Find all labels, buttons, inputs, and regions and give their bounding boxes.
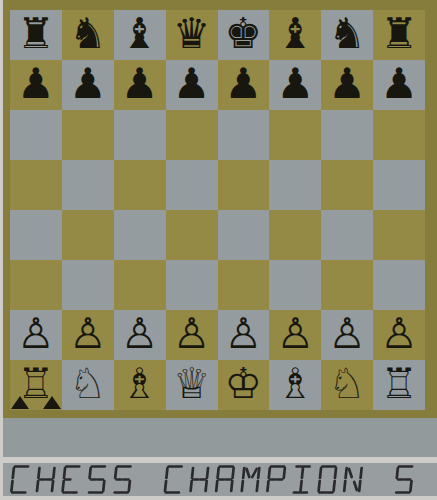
piece-black-pawn: ♟: [225, 63, 263, 105]
chess-computer-screen: ♜♞♝♛♚♝♞♜♟♟♟♟♟♟♟♟♙♙♙♙♙♙♙♙♖♘♗♕♔♗♘♖: [0, 0, 437, 500]
piece-black-pawn: ♟: [380, 63, 418, 105]
piece-black-knight: ♞: [328, 13, 366, 55]
piece-white-pawn: ♙: [17, 313, 55, 355]
square-d4[interactable]: [166, 210, 218, 260]
piece-black-pawn: ♟: [328, 63, 366, 105]
piece-white-pawn: ♙: [328, 313, 366, 355]
square-h8[interactable]: ♜: [373, 10, 425, 60]
square-c5[interactable]: [114, 160, 166, 210]
square-h5[interactable]: [373, 160, 425, 210]
square-h6[interactable]: [373, 110, 425, 160]
cursor-triangle-left: [11, 396, 29, 409]
square-e6[interactable]: [218, 110, 270, 160]
square-d6[interactable]: [166, 110, 218, 160]
piece-white-pawn: ♙: [69, 313, 107, 355]
piece-white-knight: ♘: [328, 363, 366, 405]
piece-black-pawn: ♟: [173, 63, 211, 105]
square-c4[interactable]: [114, 210, 166, 260]
square-c3[interactable]: [114, 260, 166, 310]
square-a8[interactable]: ♜: [10, 10, 62, 60]
piece-black-knight: ♞: [69, 13, 107, 55]
piece-white-knight: ♘: [69, 363, 107, 405]
piece-white-bishop: ♗: [121, 363, 159, 405]
square-e3[interactable]: [218, 260, 270, 310]
board-frame: ♜♞♝♛♚♝♞♜♟♟♟♟♟♟♟♟♙♙♙♙♙♙♙♙♖♘♗♕♔♗♘♖: [3, 0, 437, 418]
square-b8[interactable]: ♞: [62, 10, 114, 60]
square-d2[interactable]: ♙: [166, 310, 218, 360]
piece-white-pawn: ♙: [380, 313, 418, 355]
piece-white-pawn: ♙: [276, 313, 314, 355]
piece-white-pawn: ♙: [173, 313, 211, 355]
square-e2[interactable]: ♙: [218, 310, 270, 360]
square-h3[interactable]: [373, 260, 425, 310]
piece-black-rook: ♜: [17, 13, 55, 55]
piece-white-rook: ♖: [380, 363, 418, 405]
square-g6[interactable]: [321, 110, 373, 160]
square-c6[interactable]: [114, 110, 166, 160]
piece-black-pawn: ♟: [121, 63, 159, 105]
square-f2[interactable]: ♙: [269, 310, 321, 360]
square-f3[interactable]: [269, 260, 321, 310]
square-b4[interactable]: [62, 210, 114, 260]
square-d7[interactable]: ♟: [166, 60, 218, 110]
square-a6[interactable]: [10, 110, 62, 160]
square-g5[interactable]: [321, 160, 373, 210]
square-f7[interactable]: ♟: [269, 60, 321, 110]
piece-black-pawn: ♟: [69, 63, 107, 105]
square-b1[interactable]: ♘: [62, 360, 114, 410]
piece-black-queen: ♛: [173, 13, 211, 55]
square-b5[interactable]: [62, 160, 114, 210]
square-a1[interactable]: ♖: [10, 360, 62, 410]
piece-black-pawn: ♟: [276, 63, 314, 105]
cursor-triangle-right: [43, 396, 61, 409]
piece-white-pawn: ♙: [121, 313, 159, 355]
square-b3[interactable]: [62, 260, 114, 310]
square-d3[interactable]: [166, 260, 218, 310]
piece-white-bishop: ♗: [276, 363, 314, 405]
lower-panel: [3, 418, 437, 457]
chess-board: ♜♞♝♛♚♝♞♜♟♟♟♟♟♟♟♟♙♙♙♙♙♙♙♙♖♘♗♕♔♗♘♖: [10, 10, 425, 410]
square-f6[interactable]: [269, 110, 321, 160]
piece-black-bishop: ♝: [121, 13, 159, 55]
square-e1[interactable]: ♔: [218, 360, 270, 410]
square-f5[interactable]: [269, 160, 321, 210]
square-e5[interactable]: [218, 160, 270, 210]
square-a7[interactable]: ♟: [10, 60, 62, 110]
square-e7[interactable]: ♟: [218, 60, 270, 110]
square-g2[interactable]: ♙: [321, 310, 373, 360]
square-a3[interactable]: [10, 260, 62, 310]
piece-black-bishop: ♝: [276, 13, 314, 55]
square-e8[interactable]: ♚: [218, 10, 270, 60]
square-g7[interactable]: ♟: [321, 60, 373, 110]
square-g3[interactable]: [321, 260, 373, 310]
square-g4[interactable]: [321, 210, 373, 260]
piece-white-king: ♔: [225, 363, 263, 405]
square-b2[interactable]: ♙: [62, 310, 114, 360]
square-c1[interactable]: ♗: [114, 360, 166, 410]
square-f1[interactable]: ♗: [269, 360, 321, 410]
piece-white-queen: ♕: [173, 363, 211, 405]
segment-display-text: [3, 463, 437, 496]
square-g1[interactable]: ♘: [321, 360, 373, 410]
square-h1[interactable]: ♖: [373, 360, 425, 410]
piece-black-rook: ♜: [380, 13, 418, 55]
square-d8[interactable]: ♛: [166, 10, 218, 60]
square-a2[interactable]: ♙: [10, 310, 62, 360]
piece-black-king: ♚: [225, 13, 263, 55]
square-b7[interactable]: ♟: [62, 60, 114, 110]
square-h7[interactable]: ♟: [373, 60, 425, 110]
square-f8[interactable]: ♝: [269, 10, 321, 60]
square-a5[interactable]: [10, 160, 62, 210]
piece-white-pawn: ♙: [225, 313, 263, 355]
square-g8[interactable]: ♞: [321, 10, 373, 60]
square-b6[interactable]: [62, 110, 114, 160]
square-c2[interactable]: ♙: [114, 310, 166, 360]
square-f4[interactable]: [269, 210, 321, 260]
square-d5[interactable]: [166, 160, 218, 210]
square-h2[interactable]: ♙: [373, 310, 425, 360]
square-e4[interactable]: [218, 210, 270, 260]
square-c7[interactable]: ♟: [114, 60, 166, 110]
segment-display: [3, 463, 437, 496]
square-a4[interactable]: [10, 210, 62, 260]
square-h4[interactable]: [373, 210, 425, 260]
square-c8[interactable]: ♝: [114, 10, 166, 60]
square-d1[interactable]: ♕: [166, 360, 218, 410]
display-bezel: [0, 457, 437, 500]
piece-black-pawn: ♟: [17, 63, 55, 105]
